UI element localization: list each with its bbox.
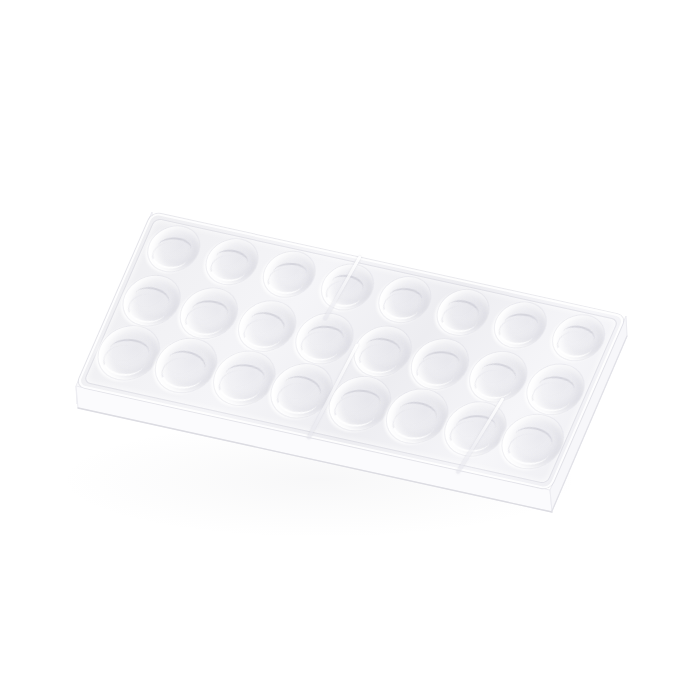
product-photo [0, 0, 700, 700]
cavity-r1c8 [545, 311, 612, 365]
